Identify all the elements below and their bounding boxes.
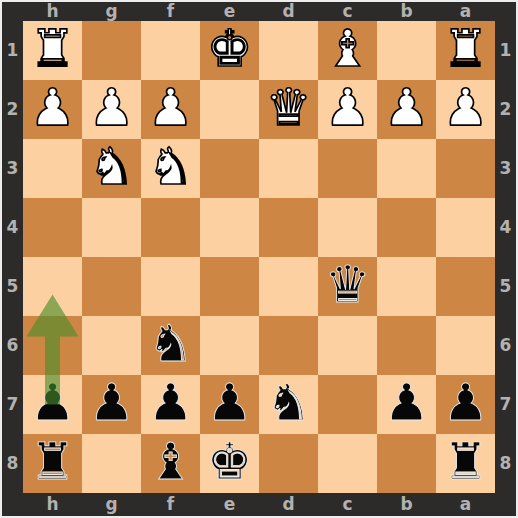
white-pawn[interactable]: ♟	[89, 78, 135, 137]
square-b5[interactable]	[377, 257, 436, 316]
square-a3[interactable]	[436, 139, 495, 198]
white-knight[interactable]: ♞	[148, 137, 194, 196]
white-rook[interactable]: ♜	[30, 19, 76, 78]
square-b6[interactable]	[377, 316, 436, 375]
rank-label-6: 6	[2, 316, 23, 375]
rank-label-2: 2	[495, 80, 516, 139]
square-f4[interactable]	[141, 198, 200, 257]
black-pawn[interactable]: ♟	[384, 373, 430, 432]
square-d6[interactable]	[259, 316, 318, 375]
square-d8[interactable]	[259, 434, 318, 493]
square-b1[interactable]	[377, 21, 436, 80]
square-d7[interactable]: ♞	[259, 375, 318, 434]
square-h3[interactable]	[23, 139, 82, 198]
square-c3[interactable]	[318, 139, 377, 198]
square-e1[interactable]: ♚	[200, 21, 259, 80]
square-h4[interactable]	[23, 198, 82, 257]
square-g4[interactable]	[82, 198, 141, 257]
rank-label-5: 5	[495, 257, 516, 316]
file-label-e: e	[200, 493, 259, 516]
square-h5[interactable]	[23, 257, 82, 316]
rank-label-1: 1	[495, 21, 516, 80]
file-label-f: f	[141, 493, 200, 516]
square-c7[interactable]	[318, 375, 377, 434]
square-g3[interactable]: ♞	[82, 139, 141, 198]
black-rook[interactable]: ♜	[30, 432, 76, 491]
rank-label-1: 1	[2, 21, 23, 80]
black-pawn[interactable]: ♟	[30, 373, 76, 432]
file-labels-top: hgfedcba	[23, 2, 495, 21]
square-a8[interactable]: ♜	[436, 434, 495, 493]
rank-label-4: 4	[2, 198, 23, 257]
square-h7[interactable]: ♟	[23, 375, 82, 434]
square-e3[interactable]	[200, 139, 259, 198]
rank-label-7: 7	[2, 375, 23, 434]
square-g6[interactable]	[82, 316, 141, 375]
rank-labels-right: 12345678	[495, 21, 516, 493]
black-pawn[interactable]: ♟	[89, 373, 135, 432]
square-h1[interactable]: ♜	[23, 21, 82, 80]
square-g2[interactable]: ♟	[82, 80, 141, 139]
square-g5[interactable]	[82, 257, 141, 316]
square-b2[interactable]: ♟	[377, 80, 436, 139]
square-f2[interactable]: ♟	[141, 80, 200, 139]
rank-label-3: 3	[2, 139, 23, 198]
square-a5[interactable]	[436, 257, 495, 316]
black-king[interactable]: ♚	[207, 432, 253, 491]
black-knight[interactable]: ♞	[148, 314, 194, 373]
square-d4[interactable]	[259, 198, 318, 257]
square-c6[interactable]	[318, 316, 377, 375]
square-a7[interactable]: ♟	[436, 375, 495, 434]
white-knight[interactable]: ♞	[89, 137, 135, 196]
square-b3[interactable]	[377, 139, 436, 198]
square-e7[interactable]: ♟	[200, 375, 259, 434]
file-label-g: g	[82, 2, 141, 21]
square-d5[interactable]	[259, 257, 318, 316]
square-a4[interactable]	[436, 198, 495, 257]
square-d1[interactable]	[259, 21, 318, 80]
white-pawn[interactable]: ♟	[325, 78, 371, 137]
square-f5[interactable]	[141, 257, 200, 316]
black-rook[interactable]: ♜	[443, 432, 489, 491]
square-g7[interactable]: ♟	[82, 375, 141, 434]
white-pawn[interactable]: ♟	[30, 78, 76, 137]
square-f3[interactable]: ♞	[141, 139, 200, 198]
square-e2[interactable]	[200, 80, 259, 139]
square-a2[interactable]: ♟	[436, 80, 495, 139]
square-c1[interactable]: ♝	[318, 21, 377, 80]
square-e5[interactable]	[200, 257, 259, 316]
black-pawn[interactable]: ♟	[148, 373, 194, 432]
rank-label-3: 3	[495, 139, 516, 198]
file-label-d: d	[259, 493, 318, 516]
square-d3[interactable]	[259, 139, 318, 198]
black-pawn[interactable]: ♟	[207, 373, 253, 432]
rank-label-8: 8	[495, 434, 516, 493]
rank-label-7: 7	[495, 375, 516, 434]
file-label-d: d	[259, 2, 318, 21]
rank-label-8: 8	[2, 434, 23, 493]
square-d2[interactable]: ♛	[259, 80, 318, 139]
square-e8[interactable]: ♚	[200, 434, 259, 493]
square-a1[interactable]: ♜	[436, 21, 495, 80]
square-f6[interactable]: ♞	[141, 316, 200, 375]
white-pawn[interactable]: ♟	[384, 78, 430, 137]
square-g8[interactable]	[82, 434, 141, 493]
rank-labels-left: 12345678	[2, 21, 23, 493]
chess-board-frame: hgfedcba hgfedcba 12345678 12345678 ♜♚♝♜…	[0, 0, 518, 518]
square-e4[interactable]	[200, 198, 259, 257]
black-bishop[interactable]: ♝	[148, 432, 194, 491]
file-label-a: a	[436, 493, 495, 516]
file-label-h: h	[23, 493, 82, 516]
file-label-b: b	[377, 2, 436, 21]
file-label-f: f	[141, 2, 200, 21]
white-queen[interactable]: ♛	[266, 78, 312, 137]
square-a6[interactable]	[436, 316, 495, 375]
square-b7[interactable]: ♟	[377, 375, 436, 434]
square-b8[interactable]	[377, 434, 436, 493]
square-b4[interactable]	[377, 198, 436, 257]
white-rook[interactable]: ♜	[443, 19, 489, 78]
square-e6[interactable]	[200, 316, 259, 375]
rank-label-5: 5	[2, 257, 23, 316]
rank-label-2: 2	[2, 80, 23, 139]
square-c5[interactable]: ♛	[318, 257, 377, 316]
black-queen[interactable]: ♛	[325, 255, 371, 314]
white-bishop[interactable]: ♝	[325, 19, 371, 78]
square-h6[interactable]	[23, 316, 82, 375]
black-pawn[interactable]: ♟	[443, 373, 489, 432]
square-g1[interactable]	[82, 21, 141, 80]
file-label-b: b	[377, 493, 436, 516]
square-f7[interactable]: ♟	[141, 375, 200, 434]
square-c4[interactable]	[318, 198, 377, 257]
square-f1[interactable]	[141, 21, 200, 80]
square-f8[interactable]: ♝	[141, 434, 200, 493]
black-knight[interactable]: ♞	[266, 373, 312, 432]
white-pawn[interactable]: ♟	[148, 78, 194, 137]
white-pawn[interactable]: ♟	[443, 78, 489, 137]
square-c2[interactable]: ♟	[318, 80, 377, 139]
file-label-c: c	[318, 493, 377, 516]
square-h2[interactable]: ♟	[23, 80, 82, 139]
white-king[interactable]: ♚	[207, 19, 253, 78]
chess-board: ♜♚♝♜♟♟♟♛♟♟♟♞♞♛♞♟♟♟♟♞♟♟♜♝♚♜	[23, 21, 495, 493]
square-h8[interactable]: ♜	[23, 434, 82, 493]
rank-label-4: 4	[495, 198, 516, 257]
rank-label-6: 6	[495, 316, 516, 375]
file-label-g: g	[82, 493, 141, 516]
file-labels-bottom: hgfedcba	[23, 493, 495, 516]
square-c8[interactable]	[318, 434, 377, 493]
